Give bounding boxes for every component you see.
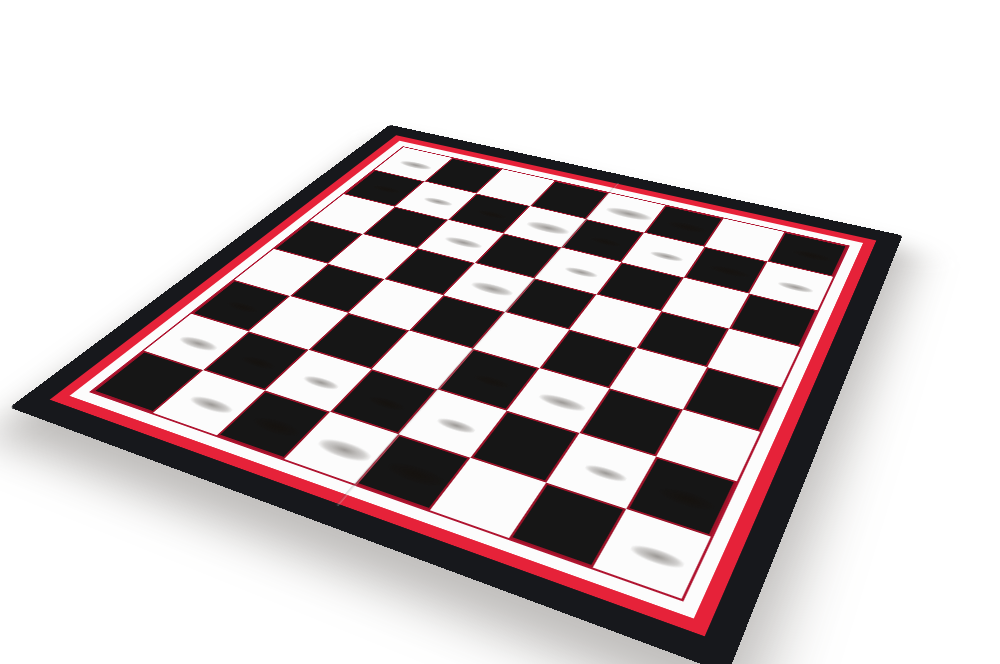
chess-knight-icon: ♞ [172,328,243,407]
square-g1[interactable] [509,483,626,568]
chess-knight-icon: ♞ [524,326,594,404]
chess-king-icon: ♚ [365,372,461,479]
chess-rook-icon: ♜ [614,470,695,560]
square-h5[interactable] [707,329,800,388]
square-f2[interactable] [470,411,579,483]
photo-stage: ♜♚♝♜♟♟♟♛♟♟♞♟♞♟♝♟♟♞♜♟♟♟♟♟♝♞♝♛♚♜ [0,0,1000,664]
